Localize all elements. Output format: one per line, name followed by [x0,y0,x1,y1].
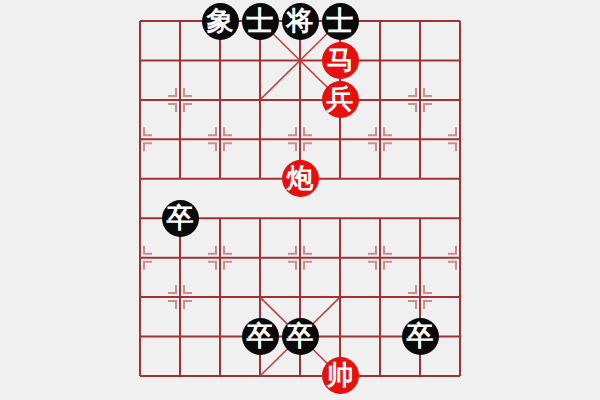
red-general-glyph: 帅 [327,361,354,388]
black-soldier-glyph: 卒 [287,322,314,349]
black-general[interactable]: 将 [282,3,319,40]
black-soldier[interactable]: 卒 [282,318,319,355]
black-general-glyph: 将 [287,7,314,34]
black-elephant-glyph: 象 [207,7,234,34]
black-advisor-glyph: 士 [327,7,354,34]
black-advisor-glyph: 士 [247,7,274,34]
black-soldier[interactable]: 卒 [402,318,439,355]
black-advisor[interactable]: 士 [322,3,359,40]
black-soldier-glyph: 卒 [247,322,274,349]
black-soldier-glyph: 卒 [407,322,434,349]
black-advisor[interactable]: 士 [242,3,279,40]
red-cannon[interactable]: 炮 [282,160,319,197]
red-cannon-glyph: 炮 [287,164,314,191]
red-horse[interactable]: 马 [322,42,359,79]
black-soldier[interactable]: 卒 [162,200,199,237]
red-soldier[interactable]: 兵 [322,81,359,118]
black-soldier-glyph: 卒 [167,204,194,231]
red-horse-glyph: 马 [327,46,354,73]
red-general[interactable]: 帅 [322,357,359,394]
black-elephant[interactable]: 象 [202,3,239,40]
black-soldier[interactable]: 卒 [242,318,279,355]
xiangqi-board[interactable]: 象士将士马兵炮卒卒卒卒帅 [0,0,600,400]
piece-layer[interactable]: 象士将士马兵炮卒卒卒卒帅 [120,1,480,395]
red-soldier-glyph: 兵 [327,85,354,112]
